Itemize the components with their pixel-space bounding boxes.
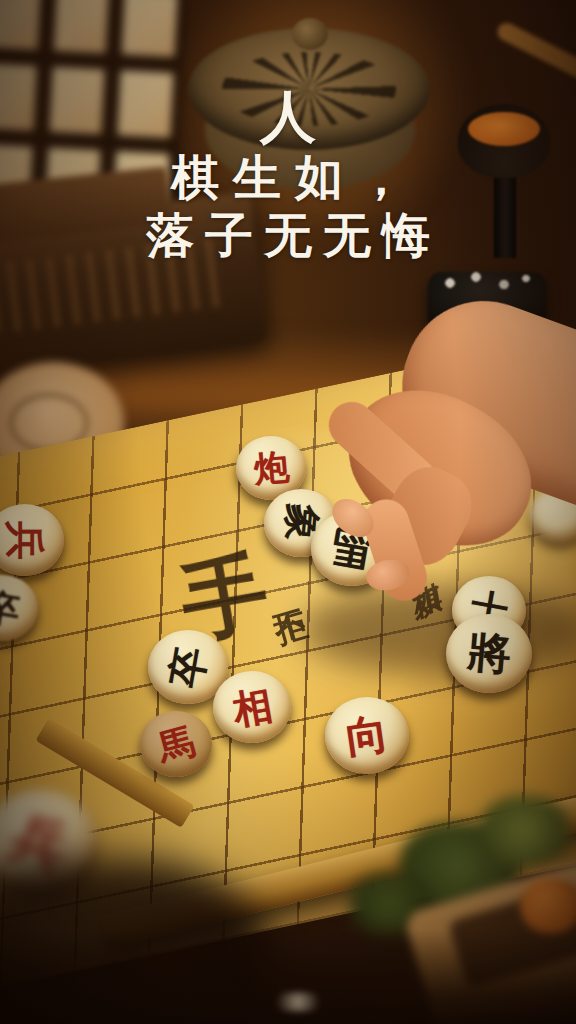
piece-glyph: 炮	[252, 449, 290, 487]
piece-glyph: 卒	[0, 587, 23, 629]
overlay-text-line-2: 棋生如，	[0, 146, 576, 210]
xiangqi-piece-red-minister: 相	[213, 671, 291, 743]
xiangqi-piece-black-general: 將	[446, 614, 532, 693]
piece-glyph: 馬	[154, 722, 198, 766]
scene-photo: 手 不拒 如棋 炮象馬兵卒卒相馬向士將兵 人 棋生如， 落子无无悔	[0, 0, 576, 1024]
piece-glyph: 將	[466, 631, 513, 678]
foliage	[480, 796, 570, 866]
piece-glyph: 相	[229, 685, 274, 730]
piece-glyph: 卒	[165, 644, 211, 690]
xiangqi-piece-red-soldier-left: 兵	[0, 504, 64, 576]
piece-glyph: 兵	[6, 521, 45, 560]
light-glint	[268, 992, 328, 1012]
piece-glyph: 向	[343, 712, 390, 759]
persimmon-in-tray	[520, 878, 576, 934]
xiangqi-piece-black-soldier-edge: 卒	[0, 575, 38, 641]
xiangqi-piece-red-horse: 馬	[140, 711, 212, 777]
overlay-text-line-1: 人	[0, 80, 576, 156]
xiangqi-piece-red-general-like: 向	[325, 697, 409, 774]
overlay-text-line-3: 落子无无悔	[0, 204, 576, 268]
